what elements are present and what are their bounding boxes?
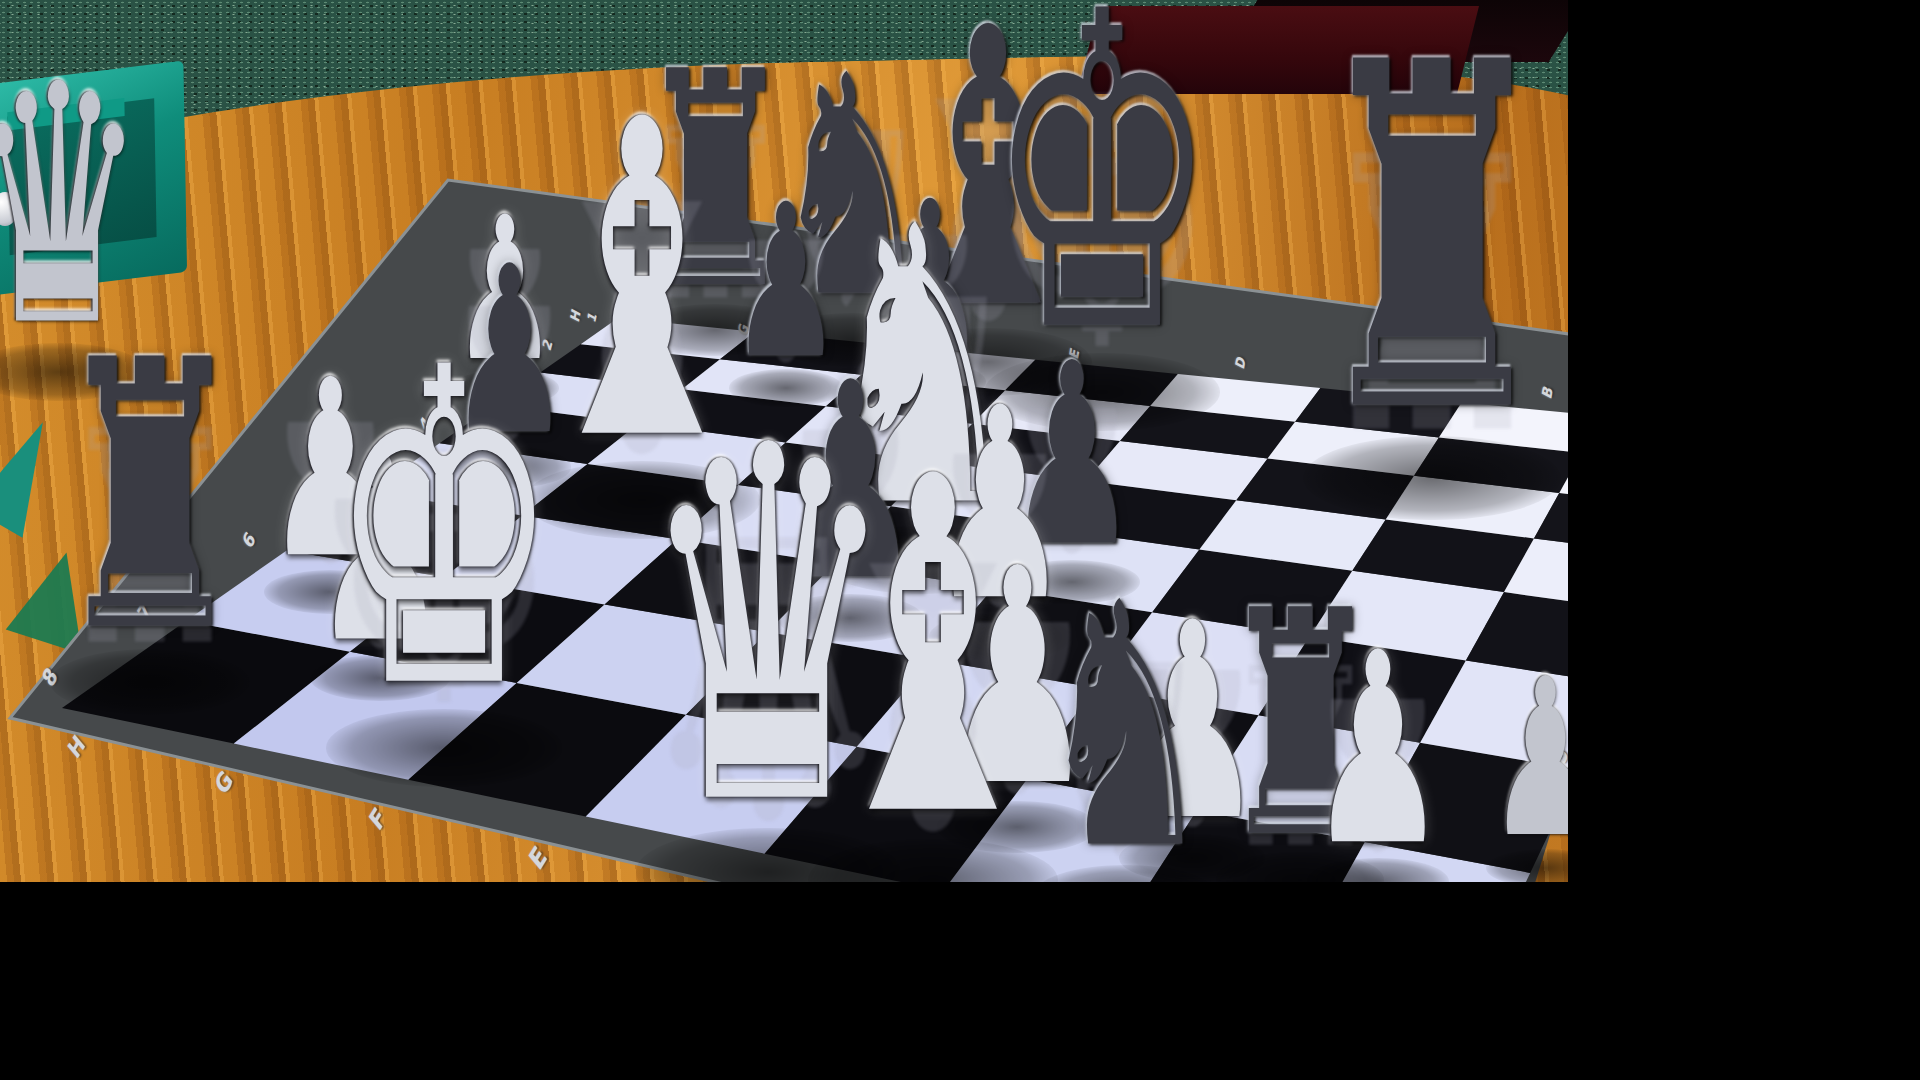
black-pawn-a6-glyph: ♟ xyxy=(1300,618,1456,882)
black-knight-b8[interactable]: ♞ xyxy=(998,640,1253,882)
captured-white-pawn[interactable]: ♟ xyxy=(1463,703,1569,868)
black-rook-h8-glyph: ♜ xyxy=(41,312,259,682)
black-king-f8[interactable]: ♚ xyxy=(279,418,609,748)
chess-3d-scene: HGFEDCBHGFEDCB87654321567 ♜♜♞♞♝♝♛♟♟♟♟♟♟♚… xyxy=(0,0,1568,882)
black-pawn-a6[interactable]: ♟ xyxy=(1278,682,1478,882)
captured-white-pawn-glyph: ♟ xyxy=(1481,650,1568,868)
black-rook-c2[interactable]: ♜ xyxy=(1252,118,1568,478)
black-king-f8-glyph: ♚ xyxy=(315,312,572,748)
black-knight-b8-glyph: ♞ xyxy=(1026,558,1225,882)
black-rook-c2-glyph: ♜ xyxy=(1292,3,1568,478)
black-rook-h8[interactable]: ♜ xyxy=(10,402,290,682)
